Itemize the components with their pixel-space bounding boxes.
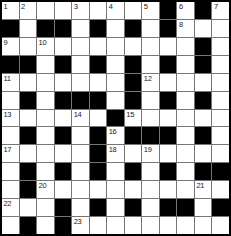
white-cell-r5c12[interactable]: [195, 74, 212, 91]
white-cell-r11c6[interactable]: [90, 181, 107, 198]
black-cell-r4c1: [2, 56, 19, 73]
black-cell-r10c12: [195, 163, 212, 180]
white-cell-r2c12[interactable]: [195, 20, 212, 37]
black-cell-r1c10: [160, 2, 177, 19]
white-cell-r11c7[interactable]: [107, 181, 124, 198]
white-cell-r11c8[interactable]: [125, 181, 142, 198]
white-cell-r10c9[interactable]: [142, 163, 159, 180]
white-cell-r7c4[interactable]: [55, 110, 72, 127]
clue-number-20: 20: [39, 181, 47, 190]
clue-number-16: 16: [109, 127, 117, 136]
white-cell-r11c5[interactable]: [72, 181, 89, 198]
black-cell-r1c12: [195, 2, 212, 19]
white-cell-r13c10[interactable]: [160, 217, 177, 234]
white-cell-r7c3[interactable]: [37, 110, 54, 127]
black-cell-r4c10: [160, 56, 177, 73]
white-cell-r7c12[interactable]: [195, 110, 212, 127]
clue-number-12: 12: [144, 74, 152, 83]
white-cell-r5c3[interactable]: [37, 74, 54, 91]
white-cell-r5c5[interactable]: [72, 74, 89, 91]
white-cell-r9c9[interactable]: 19: [142, 145, 159, 162]
white-cell-r3c3[interactable]: 10: [37, 38, 54, 55]
black-cell-r12c6: [90, 199, 107, 216]
white-cell-r3c2[interactable]: [20, 38, 37, 55]
black-cell-r12c13: [212, 199, 229, 216]
black-cell-r4c6: [90, 56, 107, 73]
white-cell-r2c11[interactable]: 8: [177, 20, 194, 37]
white-cell-r4c11[interactable]: [177, 56, 194, 73]
black-cell-r13c2: [20, 217, 37, 234]
black-cell-r5c8: [125, 74, 142, 91]
white-cell-r4c3[interactable]: [37, 56, 54, 73]
clue-number-3: 3: [74, 2, 78, 11]
white-cell-r1c3[interactable]: [37, 2, 54, 19]
black-cell-r6c8: [125, 92, 142, 109]
black-cell-r2c10: [160, 20, 177, 37]
white-cell-r8c3[interactable]: [37, 127, 54, 144]
white-cell-r7c9[interactable]: [142, 110, 159, 127]
white-cell-r13c11[interactable]: [177, 217, 194, 234]
white-cell-r3c1[interactable]: 9: [2, 38, 19, 55]
white-cell-r13c13[interactable]: [212, 217, 229, 234]
white-cell-r7c1[interactable]: 13: [2, 110, 19, 127]
white-cell-r6c13[interactable]: [212, 92, 229, 109]
black-cell-r2c1: [2, 20, 19, 37]
white-cell-r10c3[interactable]: [37, 163, 54, 180]
white-cell-r9c8[interactable]: [125, 145, 142, 162]
black-cell-r8c10: [160, 127, 177, 144]
white-cell-r8c7[interactable]: 16: [107, 127, 124, 144]
white-cell-r1c2[interactable]: 2: [20, 2, 37, 19]
white-cell-r7c5[interactable]: 14: [72, 110, 89, 127]
white-cell-r8c13[interactable]: [212, 127, 229, 144]
black-cell-r8c6: [90, 127, 107, 144]
white-cell-r3c5[interactable]: [72, 38, 89, 55]
white-cell-r4c7[interactable]: [107, 56, 124, 73]
white-cell-r1c13[interactable]: 7: [212, 2, 229, 19]
clue-number-2: 2: [21, 2, 25, 11]
black-cell-r12c4: [55, 199, 72, 216]
black-cell-r4c2: [20, 56, 37, 73]
white-cell-r6c9[interactable]: [142, 92, 159, 109]
white-cell-r10c7[interactable]: [107, 163, 124, 180]
black-cell-r7c7: [107, 110, 124, 127]
black-cell-r2c4: [55, 20, 72, 37]
white-cell-r13c8[interactable]: [125, 217, 142, 234]
white-cell-r11c11[interactable]: [177, 181, 194, 198]
white-cell-r13c1[interactable]: [2, 217, 19, 234]
white-cell-r10c1[interactable]: [2, 163, 19, 180]
white-cell-r3c6[interactable]: [90, 38, 107, 55]
clue-number-13: 13: [4, 110, 12, 119]
black-cell-r10c13: [212, 163, 229, 180]
white-cell-r1c6[interactable]: [90, 2, 107, 19]
black-cell-r8c4: [55, 127, 72, 144]
black-cell-r6c2: [20, 92, 37, 109]
clue-number-22: 22: [4, 199, 12, 208]
white-cell-r2c9[interactable]: [142, 20, 159, 37]
white-cell-r5c9[interactable]: 12: [142, 74, 159, 91]
white-cell-r3c10[interactable]: [160, 38, 177, 55]
clue-number-7: 7: [214, 2, 218, 11]
white-cell-r11c1[interactable]: [2, 181, 19, 198]
black-cell-r6c12: [195, 92, 212, 109]
white-cell-r5c13[interactable]: [212, 74, 229, 91]
white-cell-r3c7[interactable]: [107, 38, 124, 55]
clue-number-10: 10: [39, 38, 47, 47]
white-cell-r1c11[interactable]: 6: [177, 2, 194, 19]
black-cell-r12c8: [125, 199, 142, 216]
white-cell-r9c5[interactable]: [72, 145, 89, 162]
black-cell-r2c3: [37, 20, 54, 37]
white-cell-r1c8[interactable]: [125, 2, 142, 19]
white-cell-r4c13[interactable]: [212, 56, 229, 73]
white-cell-r12c12[interactable]: [195, 199, 212, 216]
white-cell-r12c3[interactable]: [37, 199, 54, 216]
white-cell-r2c2[interactable]: [20, 20, 37, 37]
white-cell-r5c7[interactable]: [107, 74, 124, 91]
black-cell-r2c8: [125, 20, 142, 37]
white-cell-r5c4[interactable]: [55, 74, 72, 91]
white-cell-r1c1[interactable]: 1: [2, 2, 19, 19]
clue-number-18: 18: [109, 145, 117, 154]
white-cell-r11c4[interactable]: [55, 181, 72, 198]
white-cell-r9c12[interactable]: [195, 145, 212, 162]
black-cell-r4c8: [125, 56, 142, 73]
clue-number-11: 11: [4, 74, 11, 83]
clue-number-9: 9: [4, 38, 8, 47]
white-cell-r3c13[interactable]: [212, 38, 229, 55]
white-cell-r10c5[interactable]: [72, 163, 89, 180]
black-cell-r6c10: [160, 92, 177, 109]
clue-number-6: 6: [179, 2, 183, 11]
black-cell-r9c6: [90, 145, 107, 162]
white-cell-r2c7[interactable]: [107, 20, 124, 37]
white-cell-r1c9[interactable]: 5: [142, 2, 159, 19]
white-cell-r3c9[interactable]: [142, 38, 159, 55]
white-cell-r9c3[interactable]: [37, 145, 54, 162]
white-cell-r11c10[interactable]: [160, 181, 177, 198]
clue-number-17: 17: [4, 145, 12, 154]
black-cell-r8c2: [20, 127, 37, 144]
white-cell-r6c1[interactable]: [2, 92, 19, 109]
black-cell-r10c4: [55, 163, 72, 180]
white-cell-r13c12[interactable]: [195, 217, 212, 234]
white-cell-r7c2[interactable]: [20, 110, 37, 127]
white-cell-r6c7[interactable]: [107, 92, 124, 109]
white-cell-r4c9[interactable]: [142, 56, 159, 73]
white-cell-r9c1[interactable]: 17: [2, 145, 19, 162]
black-cell-r6c4: [55, 92, 72, 109]
black-cell-r13c4: [55, 217, 72, 234]
white-cell-r13c3[interactable]: [37, 217, 54, 234]
white-cell-r12c2[interactable]: [20, 199, 37, 216]
black-cell-r4c12: [195, 56, 212, 73]
white-cell-r13c6[interactable]: [90, 217, 107, 234]
white-cell-r5c1[interactable]: 11: [2, 74, 19, 91]
white-cell-r6c3[interactable]: [37, 92, 54, 109]
white-cell-r1c7[interactable]: 4: [107, 2, 124, 19]
crossword-grid: 1234567891011121314151617181920212223: [0, 0, 231, 236]
white-cell-r9c10[interactable]: [160, 145, 177, 162]
white-cell-r5c2[interactable]: [20, 74, 37, 91]
black-cell-r2c6: [90, 20, 107, 37]
black-cell-r8c9: [142, 127, 159, 144]
white-cell-r7c6[interactable]: [90, 110, 107, 127]
white-cell-r7c10[interactable]: [160, 110, 177, 127]
black-cell-r4c4: [55, 56, 72, 73]
white-cell-r12c7[interactable]: [107, 199, 124, 216]
black-cell-r10c10: [160, 163, 177, 180]
black-cell-r10c6: [90, 163, 107, 180]
white-cell-r9c7[interactable]: 18: [107, 145, 124, 162]
black-cell-r10c8: [125, 163, 142, 180]
white-cell-r13c5[interactable]: 23: [72, 217, 89, 234]
white-cell-r11c9[interactable]: [142, 181, 159, 198]
white-cell-r8c5[interactable]: [72, 127, 89, 144]
white-cell-r5c11[interactable]: [177, 74, 194, 91]
white-cell-r9c2[interactable]: [20, 145, 37, 162]
white-cell-r12c5[interactable]: [72, 199, 89, 216]
white-cell-r7c11[interactable]: [177, 110, 194, 127]
white-cell-r2c5[interactable]: [72, 20, 89, 37]
white-cell-r3c8[interactable]: [125, 38, 142, 55]
white-cell-r1c5[interactable]: 3: [72, 2, 89, 19]
black-cell-r8c8: [125, 127, 142, 144]
white-cell-r13c7[interactable]: [107, 217, 124, 234]
black-cell-r12c10: [160, 199, 177, 216]
white-cell-r8c11[interactable]: [177, 127, 194, 144]
clue-number-1: 1: [4, 2, 8, 11]
black-cell-r12c11: [177, 199, 194, 216]
white-cell-r2c13[interactable]: [212, 20, 229, 37]
white-cell-r11c13[interactable]: [212, 181, 229, 198]
white-cell-r12c1[interactable]: 22: [2, 199, 19, 216]
clue-number-21: 21: [196, 181, 204, 190]
white-cell-r5c10[interactable]: [160, 74, 177, 91]
clue-number-15: 15: [126, 110, 134, 119]
white-cell-r13c9[interactable]: [142, 217, 159, 234]
white-cell-r3c11[interactable]: [177, 38, 194, 55]
white-cell-r10c11[interactable]: [177, 163, 194, 180]
white-cell-r9c13[interactable]: [212, 145, 229, 162]
white-cell-r3c4[interactable]: [55, 38, 72, 55]
white-cell-r7c13[interactable]: [212, 110, 229, 127]
white-cell-r4c5[interactable]: [72, 56, 89, 73]
black-cell-r6c6: [90, 92, 107, 109]
black-cell-r11c2: [20, 181, 37, 198]
white-cell-r12c9[interactable]: [142, 199, 159, 216]
black-cell-r10c2: [20, 163, 37, 180]
white-cell-r11c12[interactable]: 21: [195, 181, 212, 198]
clue-number-19: 19: [144, 145, 152, 154]
white-cell-r9c11[interactable]: [177, 145, 194, 162]
black-cell-r3c12: [195, 38, 212, 55]
clue-number-4: 4: [109, 2, 113, 11]
white-cell-r6c11[interactable]: [177, 92, 194, 109]
white-cell-r7c8[interactable]: 15: [125, 110, 142, 127]
clue-number-5: 5: [144, 2, 148, 11]
white-cell-r8c1[interactable]: [2, 127, 19, 144]
white-cell-r5c6[interactable]: [90, 74, 107, 91]
white-cell-r1c4[interactable]: [55, 2, 72, 19]
clue-number-23: 23: [74, 217, 82, 226]
white-cell-r11c3[interactable]: 20: [37, 181, 54, 198]
clue-number-14: 14: [74, 110, 82, 119]
black-cell-r6c5: [72, 92, 89, 109]
white-cell-r9c4[interactable]: [55, 145, 72, 162]
black-cell-r8c12: [195, 127, 212, 144]
clue-number-8: 8: [179, 20, 183, 29]
